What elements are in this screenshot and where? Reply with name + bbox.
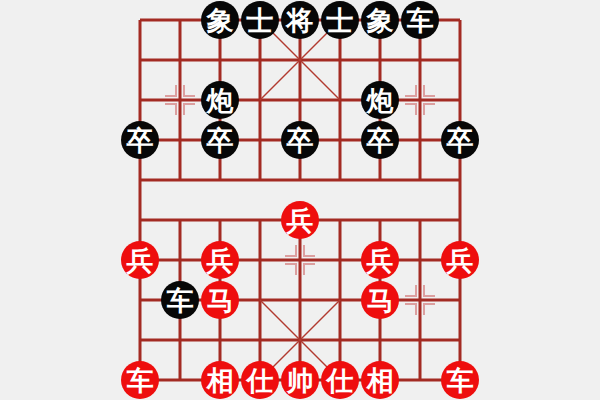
red-advisor[interactable]: 仕 bbox=[321, 361, 359, 399]
grid-lines bbox=[140, 20, 460, 380]
red-soldier[interactable]: 兵 bbox=[441, 241, 479, 279]
black-soldier[interactable]: 卒 bbox=[121, 121, 159, 159]
red-soldier[interactable]: 兵 bbox=[361, 241, 399, 279]
red-horse[interactable]: 马 bbox=[201, 281, 239, 319]
black-soldier[interactable]: 卒 bbox=[361, 121, 399, 159]
red-chariot[interactable]: 车 bbox=[121, 361, 159, 399]
black-soldier[interactable]: 卒 bbox=[441, 121, 479, 159]
red-advisor[interactable]: 仕 bbox=[241, 361, 279, 399]
black-general[interactable]: 将 bbox=[281, 1, 319, 39]
red-general[interactable]: 帅 bbox=[281, 361, 319, 399]
red-soldier[interactable]: 兵 bbox=[281, 201, 319, 239]
black-soldier[interactable]: 卒 bbox=[201, 121, 239, 159]
red-elephant[interactable]: 相 bbox=[361, 361, 399, 399]
black-cannon[interactable]: 炮 bbox=[201, 81, 239, 119]
black-elephant[interactable]: 象 bbox=[361, 1, 399, 39]
red-horse[interactable]: 马 bbox=[361, 281, 399, 319]
black-advisor[interactable]: 士 bbox=[321, 1, 359, 39]
red-chariot[interactable]: 车 bbox=[441, 361, 479, 399]
board-grid bbox=[0, 0, 600, 400]
black-cannon[interactable]: 炮 bbox=[361, 81, 399, 119]
red-elephant[interactable]: 相 bbox=[201, 361, 239, 399]
black-advisor[interactable]: 士 bbox=[241, 1, 279, 39]
red-soldier[interactable]: 兵 bbox=[121, 241, 159, 279]
xiangqi-board: 象士将士象车炮炮卒卒卒卒卒兵兵兵兵兵车马马车相仕帅仕相车 bbox=[0, 0, 600, 400]
black-chariot[interactable]: 车 bbox=[161, 281, 199, 319]
black-soldier[interactable]: 卒 bbox=[281, 121, 319, 159]
red-soldier[interactable]: 兵 bbox=[201, 241, 239, 279]
black-elephant[interactable]: 象 bbox=[201, 1, 239, 39]
black-chariot[interactable]: 车 bbox=[401, 1, 439, 39]
